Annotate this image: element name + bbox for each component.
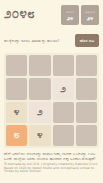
empty-cell bbox=[6, 55, 27, 76]
empty-cell bbox=[76, 102, 97, 123]
empty-cell bbox=[29, 55, 50, 76]
empty-cell bbox=[29, 78, 50, 99]
tile-4: ೪ bbox=[29, 125, 50, 146]
empty-cell bbox=[76, 55, 97, 76]
tile-4: ೪ bbox=[6, 102, 27, 123]
page: ೨೦೪೮ ಅಂಕಗಳು ೨೪ ಅತ್ಯುತ್ತಮ ೨೪ ಸಂಖ್ಯೆಗಳನ್ನು… bbox=[0, 0, 103, 183]
empty-cell bbox=[53, 55, 74, 76]
game-board[interactable]: ೨೪೨೮೪ bbox=[4, 53, 99, 148]
game-title: ೨೦೪೮ bbox=[4, 3, 35, 25]
credits-text: To Kannada by Anil G.N. | Originally cre… bbox=[4, 163, 99, 174]
intro-text-after: ನ್ನು ತಲುಪಿರಿ! bbox=[40, 38, 59, 43]
header: ೨೦೪೮ ಅಂಕಗಳು ೨೪ ಅತ್ಯುತ್ತಮ ೨೪ bbox=[4, 3, 99, 27]
empty-cell bbox=[76, 78, 97, 99]
empty-cell bbox=[6, 78, 27, 99]
new-game-button[interactable]: ಹೊಸ ಆಟ bbox=[75, 34, 99, 47]
how-to-play-text: ಹೇಗೆ ಆಡಬೇಕು: ಅಂಕಿಗಳನ್ನು ಸರಿಸಲು ನಿಮ್ಮ ಬಾಣ… bbox=[4, 152, 99, 161]
intro-text-before: ಸಂಖ್ಯೆಗಳನ್ನು ಕೂಡಿಸಿ bbox=[4, 38, 31, 43]
empty-cell bbox=[53, 102, 74, 123]
empty-cell bbox=[76, 125, 97, 146]
tile-2: ೨ bbox=[29, 102, 50, 123]
intro-row: ಸಂಖ್ಯೆಗಳನ್ನು ಕೂಡಿಸಿ ೨೦೪೮ ನ್ನು ತಲುಪಿರಿ! ಹ… bbox=[4, 31, 99, 49]
score-boxes: ಅಂಕಗಳು ೨೪ ಅತ್ಯುತ್ತಮ ೨೪ bbox=[61, 5, 99, 25]
tile-8: ೮ bbox=[6, 125, 27, 146]
score-box: ಅಂಕಗಳು ೨೪ bbox=[61, 5, 79, 25]
intro-text: ಸಂಖ್ಯೆಗಳನ್ನು ಕೂಡಿಸಿ ೨೦೪೮ ನ್ನು ತಲುಪಿರಿ! bbox=[4, 38, 66, 43]
tile-2: ೨ bbox=[53, 78, 74, 99]
best-score-box: ಅತ್ಯುತ್ತಮ ೨೪ bbox=[81, 5, 99, 25]
best-score-value: ೨೪ bbox=[87, 14, 94, 21]
empty-cell bbox=[53, 125, 74, 146]
score-value: ೨೪ bbox=[67, 14, 74, 21]
